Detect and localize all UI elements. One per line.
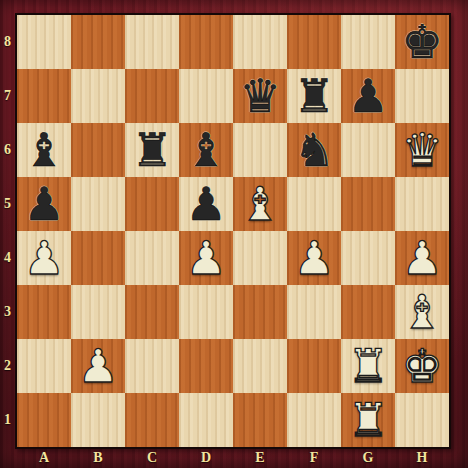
square-a3[interactable]: [17, 285, 71, 339]
white-queen-h6[interactable]: ♛: [395, 123, 449, 177]
square-f4[interactable]: ♟: [287, 231, 341, 285]
white-pawn-d4[interactable]: ♟: [179, 231, 233, 285]
white-pawn-a4[interactable]: ♟: [17, 231, 71, 285]
square-a6[interactable]: ♝: [17, 123, 71, 177]
black-bishop-a6[interactable]: ♝: [17, 123, 71, 177]
square-h2[interactable]: ♚: [395, 339, 449, 393]
rank-label-4: 4: [0, 231, 15, 285]
rank-label-3: 3: [0, 285, 15, 339]
square-h4[interactable]: ♟: [395, 231, 449, 285]
square-b6[interactable]: [71, 123, 125, 177]
square-d2[interactable]: [179, 339, 233, 393]
square-g2[interactable]: ♜: [341, 339, 395, 393]
white-pawn-f4[interactable]: ♟: [287, 231, 341, 285]
square-c6[interactable]: ♜: [125, 123, 179, 177]
square-e3[interactable]: [233, 285, 287, 339]
square-e5[interactable]: ♝: [233, 177, 287, 231]
square-b2[interactable]: ♟: [71, 339, 125, 393]
square-e1[interactable]: [233, 393, 287, 447]
white-pawn-b2[interactable]: ♟: [71, 339, 125, 393]
black-pawn-g7[interactable]: ♟: [341, 69, 395, 123]
square-d1[interactable]: [179, 393, 233, 447]
white-rook-g1[interactable]: ♜: [341, 393, 395, 447]
file-label-f: F: [287, 450, 341, 468]
square-d3[interactable]: [179, 285, 233, 339]
square-d8[interactable]: [179, 15, 233, 69]
square-h5[interactable]: [395, 177, 449, 231]
square-g1[interactable]: ♜: [341, 393, 395, 447]
black-rook-c6[interactable]: ♜: [125, 123, 179, 177]
white-rook-g2[interactable]: ♜: [341, 339, 395, 393]
square-f1[interactable]: [287, 393, 341, 447]
square-f7[interactable]: ♜: [287, 69, 341, 123]
square-a1[interactable]: [17, 393, 71, 447]
square-a4[interactable]: ♟: [17, 231, 71, 285]
square-b3[interactable]: [71, 285, 125, 339]
black-king-h8[interactable]: ♚: [395, 15, 449, 69]
square-g3[interactable]: [341, 285, 395, 339]
rank-label-2: 2: [0, 339, 15, 393]
square-g5[interactable]: [341, 177, 395, 231]
file-label-a: A: [17, 450, 71, 468]
square-d6[interactable]: ♝: [179, 123, 233, 177]
square-b5[interactable]: [71, 177, 125, 231]
file-label-g: G: [341, 450, 395, 468]
square-d5[interactable]: ♟: [179, 177, 233, 231]
rank-label-8: 8: [0, 15, 15, 69]
square-e4[interactable]: [233, 231, 287, 285]
square-b7[interactable]: [71, 69, 125, 123]
file-label-c: C: [125, 450, 179, 468]
rank-label-7: 7: [0, 69, 15, 123]
square-c4[interactable]: [125, 231, 179, 285]
square-c1[interactable]: [125, 393, 179, 447]
square-f2[interactable]: [287, 339, 341, 393]
rank-label-1: 1: [0, 393, 15, 447]
square-b1[interactable]: [71, 393, 125, 447]
square-b4[interactable]: [71, 231, 125, 285]
white-bishop-e5[interactable]: ♝: [233, 177, 287, 231]
black-pawn-d5[interactable]: ♟: [179, 177, 233, 231]
square-e7[interactable]: ♛: [233, 69, 287, 123]
square-d4[interactable]: ♟: [179, 231, 233, 285]
square-g6[interactable]: [341, 123, 395, 177]
file-label-e: E: [233, 450, 287, 468]
file-label-b: B: [71, 450, 125, 468]
square-f5[interactable]: [287, 177, 341, 231]
black-rook-f7[interactable]: ♜: [287, 69, 341, 123]
square-a7[interactable]: [17, 69, 71, 123]
square-h6[interactable]: ♛: [395, 123, 449, 177]
white-bishop-h3[interactable]: ♝: [395, 285, 449, 339]
square-h7[interactable]: [395, 69, 449, 123]
rank-label-6: 6: [0, 123, 15, 177]
board-frame: ♚♛♜♟♝♜♝♞♛♟♟♝♟♟♟♟♝♟♜♚♜ 87654321 ABCDEFGH: [0, 0, 468, 468]
square-h3[interactable]: ♝: [395, 285, 449, 339]
square-b8[interactable]: [71, 15, 125, 69]
square-e2[interactable]: [233, 339, 287, 393]
square-f8[interactable]: [287, 15, 341, 69]
square-h1[interactable]: [395, 393, 449, 447]
square-h8[interactable]: ♚: [395, 15, 449, 69]
black-knight-f6[interactable]: ♞: [287, 123, 341, 177]
black-pawn-a5[interactable]: ♟: [17, 177, 71, 231]
square-a2[interactable]: [17, 339, 71, 393]
square-c8[interactable]: [125, 15, 179, 69]
white-pawn-h4[interactable]: ♟: [395, 231, 449, 285]
square-g8[interactable]: [341, 15, 395, 69]
black-queen-e7[interactable]: ♛: [233, 69, 287, 123]
rank-label-5: 5: [0, 177, 15, 231]
square-f6[interactable]: ♞: [287, 123, 341, 177]
square-c3[interactable]: [125, 285, 179, 339]
file-label-h: H: [395, 450, 449, 468]
white-king-h2[interactable]: ♚: [395, 339, 449, 393]
square-c2[interactable]: [125, 339, 179, 393]
square-g4[interactable]: [341, 231, 395, 285]
square-e8[interactable]: [233, 15, 287, 69]
square-c5[interactable]: [125, 177, 179, 231]
square-a5[interactable]: ♟: [17, 177, 71, 231]
chess-board: ♚♛♜♟♝♜♝♞♛♟♟♝♟♟♟♟♝♟♜♚♜: [15, 13, 451, 449]
file-label-d: D: [179, 450, 233, 468]
square-a8[interactable]: [17, 15, 71, 69]
square-f3[interactable]: [287, 285, 341, 339]
square-g7[interactable]: ♟: [341, 69, 395, 123]
square-e6[interactable]: [233, 123, 287, 177]
black-bishop-d6[interactable]: ♝: [179, 123, 233, 177]
square-d7[interactable]: [179, 69, 233, 123]
square-c7[interactable]: [125, 69, 179, 123]
